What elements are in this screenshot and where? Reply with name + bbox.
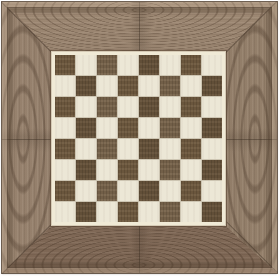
- square[interactable]: [118, 55, 138, 75]
- square[interactable]: [181, 97, 201, 117]
- square[interactable]: [181, 55, 201, 75]
- square[interactable]: [55, 181, 75, 201]
- square[interactable]: [76, 118, 96, 138]
- fold-seam-top: [139, 2, 140, 51]
- square[interactable]: [76, 202, 96, 222]
- square[interactable]: [97, 202, 117, 222]
- product-photo: [0, 0, 280, 280]
- square[interactable]: [76, 139, 96, 159]
- square[interactable]: [181, 118, 201, 138]
- square[interactable]: [181, 181, 201, 201]
- square[interactable]: [139, 76, 159, 96]
- board-grid: [55, 55, 222, 222]
- frame-joint-right: [226, 139, 277, 140]
- square[interactable]: [202, 139, 222, 159]
- square[interactable]: [139, 202, 159, 222]
- square[interactable]: [76, 76, 96, 96]
- square[interactable]: [118, 139, 138, 159]
- square[interactable]: [55, 139, 75, 159]
- square[interactable]: [55, 160, 75, 180]
- square[interactable]: [97, 97, 117, 117]
- square[interactable]: [97, 181, 117, 201]
- square[interactable]: [97, 55, 117, 75]
- square[interactable]: [181, 202, 201, 222]
- square[interactable]: [160, 55, 180, 75]
- square[interactable]: [202, 118, 222, 138]
- square[interactable]: [97, 118, 117, 138]
- square[interactable]: [118, 118, 138, 138]
- square[interactable]: [118, 202, 138, 222]
- square[interactable]: [181, 139, 201, 159]
- square[interactable]: [160, 160, 180, 180]
- square[interactable]: [55, 55, 75, 75]
- square[interactable]: [139, 160, 159, 180]
- square[interactable]: [76, 55, 96, 75]
- square[interactable]: [202, 181, 222, 201]
- square[interactable]: [160, 139, 180, 159]
- fold-seam-bottom: [139, 226, 140, 273]
- square[interactable]: [97, 139, 117, 159]
- frame-joint-left: [2, 139, 51, 140]
- square[interactable]: [76, 97, 96, 117]
- square[interactable]: [118, 181, 138, 201]
- square[interactable]: [55, 202, 75, 222]
- playfield: [51, 51, 226, 226]
- square[interactable]: [76, 160, 96, 180]
- square[interactable]: [76, 181, 96, 201]
- square[interactable]: [55, 118, 75, 138]
- square[interactable]: [55, 97, 75, 117]
- square[interactable]: [55, 76, 75, 96]
- square[interactable]: [139, 139, 159, 159]
- square[interactable]: [160, 76, 180, 96]
- square[interactable]: [160, 97, 180, 117]
- square[interactable]: [160, 118, 180, 138]
- square[interactable]: [160, 181, 180, 201]
- chess-board: [2, 2, 277, 273]
- square[interactable]: [181, 160, 201, 180]
- square[interactable]: [118, 76, 138, 96]
- square[interactable]: [97, 76, 117, 96]
- square[interactable]: [160, 202, 180, 222]
- square[interactable]: [139, 181, 159, 201]
- square[interactable]: [118, 160, 138, 180]
- square[interactable]: [202, 76, 222, 96]
- square[interactable]: [118, 97, 138, 117]
- square[interactable]: [139, 97, 159, 117]
- square[interactable]: [202, 55, 222, 75]
- square[interactable]: [202, 160, 222, 180]
- square[interactable]: [139, 118, 159, 138]
- square[interactable]: [181, 76, 201, 96]
- square[interactable]: [202, 202, 222, 222]
- square[interactable]: [139, 55, 159, 75]
- square[interactable]: [97, 160, 117, 180]
- square[interactable]: [202, 97, 222, 117]
